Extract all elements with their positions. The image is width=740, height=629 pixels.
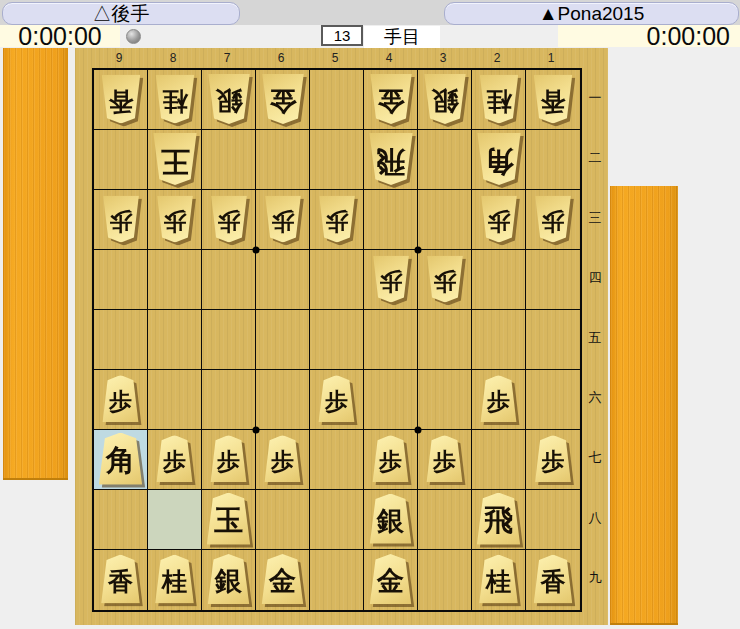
piece-face: 歩 bbox=[318, 195, 356, 242]
star-point bbox=[253, 247, 260, 254]
square-8-7[interactable]: 歩 bbox=[148, 430, 202, 490]
piece-face: 歩 bbox=[210, 195, 248, 242]
piece-face: 香 bbox=[533, 555, 574, 604]
piece-gote-lance[interactable]: 香 bbox=[100, 74, 141, 123]
rank-label-5: 五 bbox=[583, 308, 607, 368]
square-5-4[interactable] bbox=[310, 250, 364, 310]
square-4-5[interactable] bbox=[364, 310, 418, 370]
square-4-7[interactable]: 歩 bbox=[364, 430, 418, 490]
square-5-6[interactable]: 歩 bbox=[310, 370, 364, 430]
piece-sente-gold[interactable]: 金 bbox=[261, 554, 305, 604]
square-9-2[interactable] bbox=[94, 130, 148, 190]
rank-label-2: 二 bbox=[583, 128, 607, 188]
move-counter-label: 手目 bbox=[364, 26, 440, 48]
square-8-3[interactable]: 歩 bbox=[148, 190, 202, 250]
rank-label-7: 七 bbox=[583, 428, 607, 488]
piece-face: 角 bbox=[476, 132, 522, 184]
square-3-4[interactable]: 歩 bbox=[418, 250, 472, 310]
square-1-9[interactable]: 香 bbox=[526, 550, 580, 610]
square-7-3[interactable]: 歩 bbox=[202, 190, 256, 250]
square-3-1[interactable]: 銀 bbox=[418, 70, 472, 130]
piece-face: 香 bbox=[100, 555, 141, 604]
piece-face: 歩 bbox=[318, 375, 356, 422]
piece-sente-silver[interactable]: 銀 bbox=[369, 494, 413, 544]
file-label-7: 7 bbox=[200, 50, 254, 66]
piece-sente-knight[interactable]: 桂 bbox=[154, 555, 195, 604]
square-8-4[interactable] bbox=[148, 250, 202, 310]
rank-label-8: 八 bbox=[583, 488, 607, 548]
piece-face: 歩 bbox=[426, 255, 464, 302]
sente-clock: 0:00:00 bbox=[558, 25, 740, 47]
piece-face: 玉 bbox=[206, 492, 252, 544]
square-5-7[interactable] bbox=[310, 430, 364, 490]
square-9-6[interactable]: 歩 bbox=[94, 370, 148, 430]
piece-gote-bishop[interactable]: 角 bbox=[476, 132, 522, 184]
piece-sente-gold[interactable]: 金 bbox=[369, 554, 413, 604]
square-3-3[interactable] bbox=[418, 190, 472, 250]
piece-gote-king[interactable]: 王 bbox=[152, 132, 198, 184]
piece-face: 歩 bbox=[210, 435, 248, 482]
square-2-6[interactable]: 歩 bbox=[472, 370, 526, 430]
square-1-8[interactable] bbox=[526, 490, 580, 550]
piece-face: 銀 bbox=[423, 74, 467, 124]
square-8-6[interactable] bbox=[148, 370, 202, 430]
file-label-8: 8 bbox=[146, 50, 200, 66]
piece-gote-pawn[interactable]: 歩 bbox=[318, 195, 356, 242]
move-number-box[interactable]: 13 bbox=[321, 25, 363, 46]
square-6-8[interactable] bbox=[256, 490, 310, 550]
piece-sente-bishop[interactable]: 角 bbox=[98, 432, 144, 484]
rank-label-9: 九 bbox=[583, 548, 607, 608]
piece-gote-silver[interactable]: 銀 bbox=[423, 74, 467, 124]
star-point bbox=[415, 247, 422, 254]
square-3-2[interactable] bbox=[418, 130, 472, 190]
file-label-6: 6 bbox=[254, 50, 308, 66]
piece-gote-pawn[interactable]: 歩 bbox=[426, 255, 464, 302]
piece-gote-knight[interactable]: 桂 bbox=[154, 74, 195, 123]
gote-captured-pieces-tray[interactable] bbox=[3, 48, 68, 480]
gote-clock: 0:00:00 bbox=[0, 25, 120, 47]
square-5-1[interactable] bbox=[310, 70, 364, 130]
square-7-4[interactable] bbox=[202, 250, 256, 310]
square-1-4[interactable] bbox=[526, 250, 580, 310]
piece-sente-pawn[interactable]: 歩 bbox=[480, 375, 518, 422]
square-2-7[interactable] bbox=[472, 430, 526, 490]
rank-coordinate-labels: 一二三四五六七八九 bbox=[583, 68, 607, 608]
square-5-2[interactable] bbox=[310, 130, 364, 190]
piece-face: 銀 bbox=[207, 554, 251, 604]
piece-sente-pawn[interactable]: 歩 bbox=[102, 375, 140, 422]
square-2-2[interactable]: 角 bbox=[472, 130, 526, 190]
square-4-1[interactable]: 金 bbox=[364, 70, 418, 130]
square-9-3[interactable]: 歩 bbox=[94, 190, 148, 250]
piece-face: 歩 bbox=[102, 375, 140, 422]
square-3-9[interactable] bbox=[418, 550, 472, 610]
file-label-5: 5 bbox=[308, 50, 362, 66]
square-8-1[interactable]: 桂 bbox=[148, 70, 202, 130]
piece-face: 金 bbox=[369, 74, 413, 124]
square-1-2[interactable] bbox=[526, 130, 580, 190]
square-6-6[interactable] bbox=[256, 370, 310, 430]
move-number-value: 13 bbox=[334, 27, 351, 44]
square-5-8[interactable] bbox=[310, 490, 364, 550]
square-7-7[interactable]: 歩 bbox=[202, 430, 256, 490]
square-4-6[interactable] bbox=[364, 370, 418, 430]
turn-indicator-ball-icon bbox=[126, 29, 141, 44]
square-2-8[interactable]: 飛 bbox=[472, 490, 526, 550]
square-2-3[interactable]: 歩 bbox=[472, 190, 526, 250]
sente-name-label: ▲Pona2015 bbox=[539, 3, 644, 25]
file-label-4: 4 bbox=[362, 50, 416, 66]
piece-face: 飛 bbox=[476, 492, 522, 544]
piece-sente-lance[interactable]: 香 bbox=[533, 555, 574, 604]
piece-face: 金 bbox=[261, 74, 305, 124]
square-6-4[interactable] bbox=[256, 250, 310, 310]
piece-sente-rook[interactable]: 飛 bbox=[476, 492, 522, 544]
square-6-2[interactable] bbox=[256, 130, 310, 190]
piece-sente-pawn[interactable]: 歩 bbox=[534, 435, 572, 482]
piece-sente-pawn[interactable]: 歩 bbox=[318, 375, 356, 422]
square-1-5[interactable] bbox=[526, 310, 580, 370]
piece-gote-pawn[interactable]: 歩 bbox=[156, 195, 194, 242]
square-7-2[interactable] bbox=[202, 130, 256, 190]
sente-clock-value: 0:00:00 bbox=[647, 22, 730, 51]
square-7-8[interactable]: 玉 bbox=[202, 490, 256, 550]
piece-gote-lance[interactable]: 香 bbox=[533, 74, 574, 123]
piece-face: 歩 bbox=[534, 435, 572, 482]
square-6-7[interactable]: 歩 bbox=[256, 430, 310, 490]
file-label-3: 3 bbox=[416, 50, 470, 66]
shogi-app-window: △後手 ▲Pona2015 0:00:00 13 手目 0:00:00 9876… bbox=[0, 0, 740, 629]
piece-face: 桂 bbox=[478, 555, 519, 604]
piece-face: 歩 bbox=[480, 375, 518, 422]
piece-face: 銀 bbox=[207, 74, 251, 124]
square-8-9[interactable]: 桂 bbox=[148, 550, 202, 610]
square-6-5[interactable] bbox=[256, 310, 310, 370]
rank-label-1: 一 bbox=[583, 68, 607, 128]
piece-sente-pawn[interactable]: 歩 bbox=[210, 435, 248, 482]
board-grid: 香桂銀金金銀桂香王飛角歩歩歩歩歩歩歩歩歩歩歩歩角歩歩歩歩歩歩玉銀飛香桂銀金金桂香 bbox=[92, 68, 582, 612]
square-7-6[interactable] bbox=[202, 370, 256, 430]
square-4-8[interactable]: 銀 bbox=[364, 490, 418, 550]
rank-label-3: 三 bbox=[583, 188, 607, 248]
piece-face: 歩 bbox=[264, 195, 302, 242]
square-8-8[interactable] bbox=[148, 490, 202, 550]
square-5-9[interactable] bbox=[310, 550, 364, 610]
star-point bbox=[253, 427, 260, 434]
square-1-3[interactable]: 歩 bbox=[526, 190, 580, 250]
square-2-4[interactable] bbox=[472, 250, 526, 310]
square-8-2[interactable]: 王 bbox=[148, 130, 202, 190]
piece-sente-pawn[interactable]: 歩 bbox=[426, 435, 464, 482]
square-9-1[interactable]: 香 bbox=[94, 70, 148, 130]
square-1-7[interactable]: 歩 bbox=[526, 430, 580, 490]
square-4-9[interactable]: 金 bbox=[364, 550, 418, 610]
piece-face: 歩 bbox=[372, 435, 410, 482]
piece-face: 歩 bbox=[264, 435, 302, 482]
piece-sente-knight[interactable]: 桂 bbox=[478, 555, 519, 604]
piece-face: 香 bbox=[100, 74, 141, 123]
square-5-3[interactable]: 歩 bbox=[310, 190, 364, 250]
square-3-5[interactable] bbox=[418, 310, 472, 370]
piece-sente-pawn[interactable]: 歩 bbox=[372, 435, 410, 482]
piece-gote-pawn[interactable]: 歩 bbox=[534, 195, 572, 242]
file-coordinate-labels: 987654321 bbox=[92, 50, 578, 66]
piece-face: 歩 bbox=[534, 195, 572, 242]
piece-gote-rook[interactable]: 飛 bbox=[368, 132, 414, 184]
square-9-4[interactable] bbox=[94, 250, 148, 310]
star-point bbox=[415, 427, 422, 434]
square-9-5[interactable] bbox=[94, 310, 148, 370]
square-4-3[interactable] bbox=[364, 190, 418, 250]
piece-sente-pawn[interactable]: 歩 bbox=[156, 435, 194, 482]
square-1-6[interactable] bbox=[526, 370, 580, 430]
square-2-1[interactable]: 桂 bbox=[472, 70, 526, 130]
square-6-9[interactable]: 金 bbox=[256, 550, 310, 610]
piece-face: 王 bbox=[152, 132, 198, 184]
piece-face: 歩 bbox=[480, 195, 518, 242]
square-1-1[interactable]: 香 bbox=[526, 70, 580, 130]
piece-face: 金 bbox=[369, 554, 413, 604]
piece-face: 歩 bbox=[156, 195, 194, 242]
piece-gote-pawn[interactable]: 歩 bbox=[480, 195, 518, 242]
square-7-9[interactable]: 銀 bbox=[202, 550, 256, 610]
piece-face: 桂 bbox=[154, 555, 195, 604]
piece-face: 歩 bbox=[372, 255, 410, 302]
rank-label-4: 四 bbox=[583, 248, 607, 308]
piece-gote-pawn[interactable]: 歩 bbox=[102, 195, 140, 242]
square-5-5[interactable] bbox=[310, 310, 364, 370]
square-6-1[interactable]: 金 bbox=[256, 70, 310, 130]
piece-gote-gold[interactable]: 金 bbox=[261, 74, 305, 124]
piece-gote-knight[interactable]: 桂 bbox=[478, 74, 519, 123]
piece-face: 飛 bbox=[368, 132, 414, 184]
rank-label-6: 六 bbox=[583, 368, 607, 428]
piece-sente-silver[interactable]: 銀 bbox=[207, 554, 251, 604]
piece-face: 桂 bbox=[478, 74, 519, 123]
piece-face: 金 bbox=[261, 554, 305, 604]
square-7-1[interactable]: 銀 bbox=[202, 70, 256, 130]
piece-gote-gold[interactable]: 金 bbox=[369, 74, 413, 124]
piece-face: 桂 bbox=[154, 74, 195, 123]
square-3-6[interactable] bbox=[418, 370, 472, 430]
square-3-7[interactable]: 歩 bbox=[418, 430, 472, 490]
piece-gote-pawn[interactable]: 歩 bbox=[210, 195, 248, 242]
piece-face: 歩 bbox=[102, 195, 140, 242]
square-2-5[interactable] bbox=[472, 310, 526, 370]
square-8-5[interactable] bbox=[148, 310, 202, 370]
square-3-8[interactable] bbox=[418, 490, 472, 550]
file-label-2: 2 bbox=[470, 50, 524, 66]
square-7-5[interactable] bbox=[202, 310, 256, 370]
piece-face: 銀 bbox=[369, 494, 413, 544]
square-4-4[interactable]: 歩 bbox=[364, 250, 418, 310]
piece-gote-silver[interactable]: 銀 bbox=[207, 74, 251, 124]
square-4-2[interactable]: 飛 bbox=[364, 130, 418, 190]
piece-gote-pawn[interactable]: 歩 bbox=[264, 195, 302, 242]
square-2-9[interactable]: 桂 bbox=[472, 550, 526, 610]
square-9-7[interactable]: 角 bbox=[94, 430, 148, 490]
piece-gote-pawn[interactable]: 歩 bbox=[372, 255, 410, 302]
piece-sente-lance[interactable]: 香 bbox=[100, 555, 141, 604]
piece-face: 歩 bbox=[156, 435, 194, 482]
sente-captured-pieces-tray[interactable] bbox=[610, 186, 678, 625]
square-6-3[interactable]: 歩 bbox=[256, 190, 310, 250]
gote-clock-value: 0:00:00 bbox=[18, 22, 101, 51]
square-9-8[interactable] bbox=[94, 490, 148, 550]
file-label-1: 1 bbox=[524, 50, 578, 66]
piece-face: 角 bbox=[98, 432, 144, 484]
piece-sente-pawn[interactable]: 歩 bbox=[264, 435, 302, 482]
piece-face: 香 bbox=[533, 74, 574, 123]
file-label-9: 9 bbox=[92, 50, 146, 66]
square-9-9[interactable]: 香 bbox=[94, 550, 148, 610]
piece-face: 歩 bbox=[426, 435, 464, 482]
shogi-board: 987654321 一二三四五六七八九 香桂銀金金銀桂香王飛角歩歩歩歩歩歩歩歩歩… bbox=[75, 48, 608, 625]
piece-sente-king[interactable]: 玉 bbox=[206, 492, 252, 544]
